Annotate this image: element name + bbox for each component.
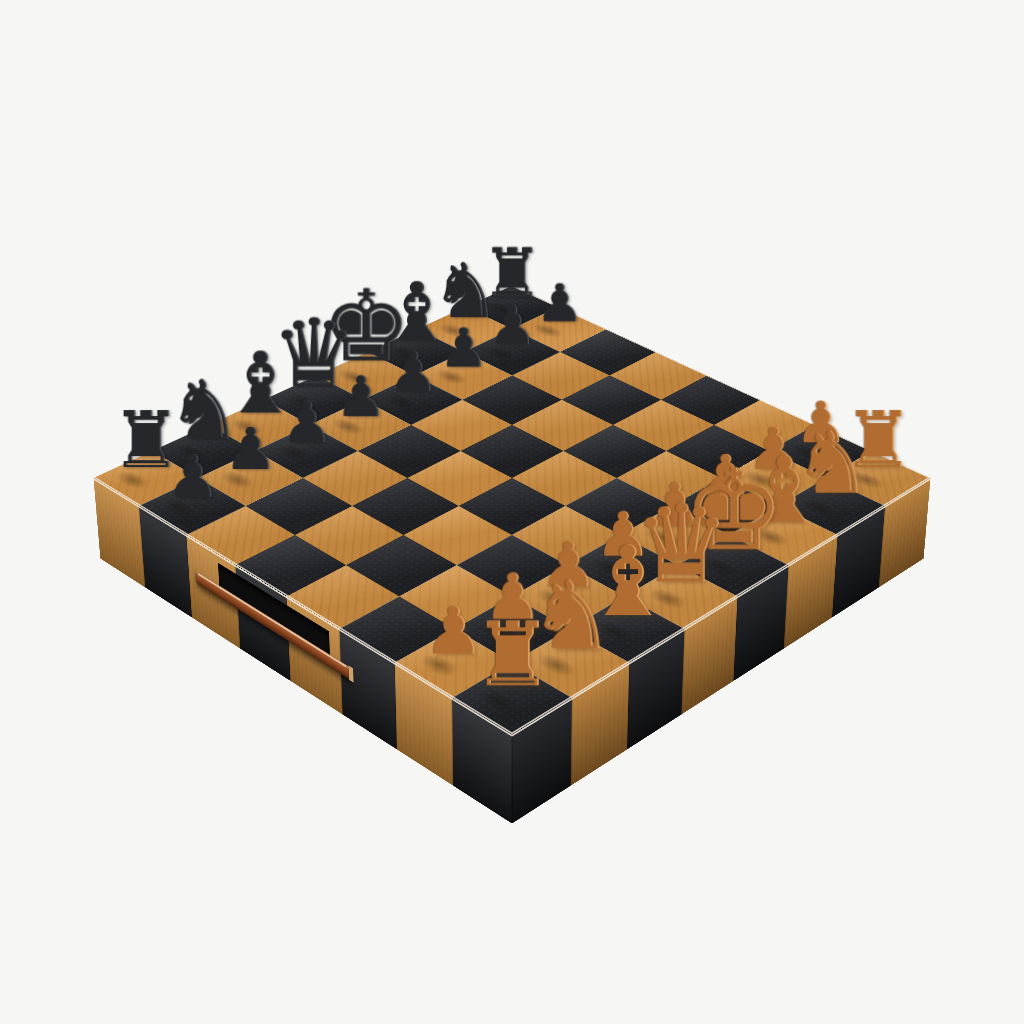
piece-black-pawn[interactable]: ♟ bbox=[488, 301, 536, 352]
chessboard: ♜♟♟♜♞♟♟♞♝♟♟♝♚♟♟♚♛♟♟♛♝♟♟♝♞♟♟♞♜♟♟♜ bbox=[93, 286, 930, 735]
piece-black-pawn[interactable]: ♟ bbox=[439, 323, 488, 374]
product-photo-stage: ♜♟♟♜♞♟♟♞♝♟♟♝♚♟♟♚♛♟♟♛♝♟♟♝♞♟♟♞♜♟♟♜ bbox=[0, 0, 1024, 1024]
piece-black-pawn[interactable]: ♟ bbox=[281, 396, 332, 450]
piece-black-pawn[interactable]: ♟ bbox=[335, 371, 385, 424]
piece-black-pawn[interactable]: ♟ bbox=[388, 347, 437, 399]
piece-black-pawn[interactable]: ♟ bbox=[224, 422, 276, 477]
piece-black-pawn[interactable]: ♟ bbox=[536, 279, 583, 329]
piece-wood-rook[interactable]: ♜ bbox=[472, 612, 552, 697]
piece-black-pawn[interactable]: ♟ bbox=[166, 449, 219, 505]
